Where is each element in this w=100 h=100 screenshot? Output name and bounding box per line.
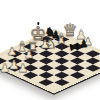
piece-black-rook-f7: ♜ — [68, 41, 81, 53]
chess-set-photo: ♚♛♝♟♝♜♟♞♟♟♟♟♟♟♞♟♜♟ — [0, 0, 100, 100]
piece-white-pawn-a4: ♟ — [0, 62, 10, 74]
piece-white-pawn-b6: ♟ — [24, 49, 34, 60]
king-finial — [37, 22, 39, 25]
piece-white-pawn-b5: ♟ — [18, 62, 29, 74]
pieces-layer: ♚♛♝♟♝♜♟♞♟♟♟♟♟♟♞♟♜♟ — [0, 0, 100, 100]
piece-black-pawn-g7: ♟ — [80, 39, 89, 49]
piece-white-pawn-a6: ♟ — [7, 46, 17, 57]
piece-black-pawn-e8: ♟ — [52, 30, 61, 40]
